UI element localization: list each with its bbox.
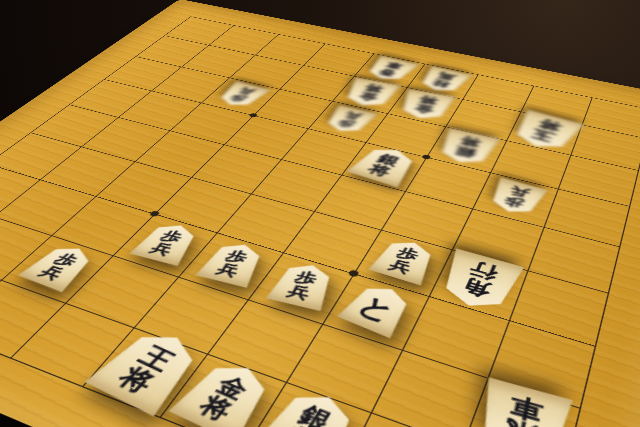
piece-kanji: と <box>352 290 402 327</box>
shogi-photo-scene: 香車桂馬金将金将玉将歩兵歩兵銀将歩兵角行飛車銀将歩兵と歩兵歩兵歩兵王将金将銀将歩… <box>0 0 640 427</box>
piece-face: 歩兵 <box>195 239 269 288</box>
piece-sente-pawn[interactable]: 歩兵 <box>129 220 204 266</box>
piece-kanji: 銀将 <box>281 399 339 427</box>
piece-face: 歩兵 <box>484 177 548 219</box>
piece-gote-pawn[interactable]: 歩兵 <box>212 81 271 110</box>
piece-sente-silver[interactable]: 銀将 <box>347 143 423 188</box>
piece-kanji: 香車 <box>376 60 405 78</box>
piece-face: 銀将 <box>433 128 501 169</box>
piece-gote-king[interactable]: 玉将 <box>505 109 583 154</box>
piece-kanji: 歩兵 <box>226 86 257 104</box>
piece-sente-pawn[interactable]: 歩兵 <box>18 241 101 293</box>
piece-kanji: 金将 <box>196 370 256 425</box>
piece-face: 飛車 <box>471 377 573 427</box>
piece-face: 玉将 <box>505 109 583 154</box>
piece-sente-pawn[interactable]: 歩兵 <box>266 260 339 312</box>
piece-gote-gold[interactable]: 金将 <box>395 89 456 123</box>
piece-kanji: 角行 <box>458 260 500 304</box>
pieces-layer: 香車桂馬金将金将玉将歩兵歩兵銀将歩兵角行飛車銀将歩兵と歩兵歩兵歩兵王将金将銀将歩… <box>0 0 640 427</box>
piece-face: と <box>337 280 418 339</box>
piece-kanji: 歩兵 <box>36 250 82 283</box>
piece-kanji: 歩兵 <box>214 247 251 280</box>
shogi-board: 香車桂馬金将金将玉将歩兵歩兵銀将歩兵角行飛車銀将歩兵と歩兵歩兵歩兵王将金将銀将歩… <box>0 0 640 427</box>
piece-kanji: 玉将 <box>526 117 563 145</box>
piece-face: 銀将 <box>347 143 423 188</box>
piece-sente-pawn[interactable]: 歩兵 <box>195 239 269 288</box>
piece-kanji: 歩兵 <box>148 227 187 258</box>
piece-sente-tokin-promoted-pawn[interactable]: と <box>337 280 418 339</box>
piece-gote-gold[interactable]: 金将 <box>339 77 401 110</box>
piece-kanji: 歩兵 <box>334 110 363 130</box>
piece-face: 歩兵 <box>212 81 271 110</box>
piece-kanji: 飛車 <box>501 392 545 427</box>
piece-face: 歩兵 <box>320 105 378 137</box>
piece-gote-pawn[interactable]: 歩兵 <box>320 105 378 137</box>
piece-gote-pawn[interactable]: 歩兵 <box>484 177 548 219</box>
piece-face: 歩兵 <box>266 260 339 312</box>
piece-kanji: 銀将 <box>452 134 483 161</box>
piece-face: 歩兵 <box>368 236 440 286</box>
piece-gote-rook[interactable]: 飛車 <box>471 377 573 427</box>
piece-face: 角行 <box>433 248 524 316</box>
piece-face: 金将 <box>395 89 456 123</box>
piece-face: 歩兵 <box>129 220 204 266</box>
piece-face: 金将 <box>339 77 401 110</box>
piece-sente-pawn[interactable]: 歩兵 <box>368 236 440 286</box>
piece-gote-silver[interactable]: 銀将 <box>433 128 501 169</box>
piece-kanji: 歩兵 <box>501 184 531 210</box>
piece-kanji: 王将 <box>113 339 183 397</box>
piece-kanji: 歩兵 <box>387 244 422 276</box>
piece-kanji: 銀将 <box>366 151 405 179</box>
piece-kanji: 桂馬 <box>429 71 457 90</box>
piece-kanji: 金将 <box>412 94 440 117</box>
piece-gote-bishop[interactable]: 角行 <box>433 248 524 316</box>
piece-kanji: 歩兵 <box>285 268 320 303</box>
scene-perspective: 香車桂馬金将金将玉将歩兵歩兵銀将歩兵角行飛車銀将歩兵と歩兵歩兵歩兵王将金将銀将歩… <box>0 0 640 427</box>
piece-face: 歩兵 <box>18 241 101 293</box>
piece-kanji: 金将 <box>356 82 385 104</box>
